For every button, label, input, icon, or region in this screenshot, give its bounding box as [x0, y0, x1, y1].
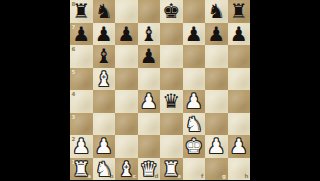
square-a3[interactable]: 3	[70, 113, 93, 136]
rank-label-4: 4	[72, 91, 76, 97]
square-a1[interactable]: 1a♜	[70, 158, 93, 181]
square-c2[interactable]	[115, 135, 138, 158]
square-a2[interactable]: 2♟	[70, 135, 93, 158]
square-c1[interactable]: c♝	[115, 158, 138, 181]
piece-white-rook-e1[interactable]: ♜	[160, 158, 183, 181]
square-b6[interactable]: ♝	[93, 45, 116, 68]
square-a6[interactable]: 6	[70, 45, 93, 68]
square-f5[interactable]	[183, 68, 206, 91]
square-e2[interactable]	[160, 135, 183, 158]
square-d6[interactable]: ♟	[138, 45, 161, 68]
piece-black-rook-h8[interactable]: ♜	[228, 0, 251, 23]
file-label-f: f	[201, 173, 203, 179]
square-h5[interactable]	[228, 68, 251, 91]
square-d8[interactable]	[138, 0, 161, 23]
piece-white-bishop-b5[interactable]: ♝	[93, 68, 116, 91]
square-d2[interactable]	[138, 135, 161, 158]
piece-white-pawn-d4[interactable]: ♟	[138, 90, 161, 113]
square-d1[interactable]: d♛	[138, 158, 161, 181]
square-b7[interactable]: ♟	[93, 23, 116, 46]
square-d3[interactable]	[138, 113, 161, 136]
square-g7[interactable]: ♟	[205, 23, 228, 46]
square-c4[interactable]	[115, 90, 138, 113]
square-d5[interactable]	[138, 68, 161, 91]
piece-black-pawn-h7[interactable]: ♟	[228, 23, 251, 46]
square-b1[interactable]: b♞	[93, 158, 116, 181]
square-c8[interactable]	[115, 0, 138, 23]
piece-black-pawn-a7[interactable]: ♟	[70, 23, 93, 46]
piece-white-pawn-f4[interactable]: ♟	[183, 90, 206, 113]
square-h3[interactable]	[228, 113, 251, 136]
square-f4[interactable]: ♟	[183, 90, 206, 113]
square-g2[interactable]: ♟	[205, 135, 228, 158]
square-e7[interactable]	[160, 23, 183, 46]
square-e3[interactable]	[160, 113, 183, 136]
rank-label-6: 6	[72, 46, 76, 52]
piece-white-queen-d1[interactable]: ♛	[138, 158, 161, 181]
piece-black-rook-a8[interactable]: ♜	[70, 0, 93, 23]
square-b3[interactable]	[93, 113, 116, 136]
square-c3[interactable]	[115, 113, 138, 136]
square-g3[interactable]	[205, 113, 228, 136]
square-f7[interactable]: ♟	[183, 23, 206, 46]
piece-black-king-e8[interactable]: ♚	[160, 0, 183, 23]
square-e4[interactable]: ♛	[160, 90, 183, 113]
square-a8[interactable]: 8♜	[70, 0, 93, 23]
square-g8[interactable]: ♞	[205, 0, 228, 23]
square-e5[interactable]	[160, 68, 183, 91]
piece-black-pawn-b7[interactable]: ♟	[93, 23, 116, 46]
square-d4[interactable]: ♟	[138, 90, 161, 113]
square-f3[interactable]: ♞	[183, 113, 206, 136]
square-e8[interactable]: ♚	[160, 0, 183, 23]
square-e6[interactable]	[160, 45, 183, 68]
piece-black-pawn-f7[interactable]: ♟	[183, 23, 206, 46]
rank-label-3: 3	[72, 114, 76, 120]
square-b2[interactable]: ♟	[93, 135, 116, 158]
square-h8[interactable]: ♜	[228, 0, 251, 23]
piece-white-rook-a1[interactable]: ♜	[70, 158, 93, 181]
square-c6[interactable]	[115, 45, 138, 68]
square-c5[interactable]	[115, 68, 138, 91]
square-h1[interactable]: h	[228, 158, 251, 181]
square-g4[interactable]	[205, 90, 228, 113]
piece-white-king-f2[interactable]: ♚	[183, 135, 206, 158]
square-h4[interactable]	[228, 90, 251, 113]
piece-white-bishop-c1[interactable]: ♝	[115, 158, 138, 181]
piece-white-pawn-a2[interactable]: ♟	[70, 135, 93, 158]
piece-white-pawn-h2[interactable]: ♟	[228, 135, 251, 158]
square-g1[interactable]: g	[205, 158, 228, 181]
square-b8[interactable]: ♞	[93, 0, 116, 23]
piece-black-pawn-c7[interactable]: ♟	[115, 23, 138, 46]
piece-black-bishop-d7[interactable]: ♝	[138, 23, 161, 46]
square-a7[interactable]: 7♟	[70, 23, 93, 46]
square-g6[interactable]	[205, 45, 228, 68]
piece-white-knight-f3[interactable]: ♞	[183, 113, 206, 136]
piece-black-pawn-g7[interactable]: ♟	[205, 23, 228, 46]
square-f1[interactable]: f	[183, 158, 206, 181]
piece-black-knight-b8[interactable]: ♞	[93, 0, 116, 23]
app-background: 8♜♞♚♞♜7♟♟♟♝♟♟♟6♝♟5♝4♟♛♟3♞2♟♟♚♟♟1a♜b♞c♝d♛…	[0, 0, 320, 180]
piece-black-knight-g8[interactable]: ♞	[205, 0, 228, 23]
square-h6[interactable]	[228, 45, 251, 68]
square-h7[interactable]: ♟	[228, 23, 251, 46]
chess-board: 8♜♞♚♞♜7♟♟♟♝♟♟♟6♝♟5♝4♟♛♟3♞2♟♟♚♟♟1a♜b♞c♝d♛…	[70, 0, 250, 180]
piece-black-bishop-b6[interactable]: ♝	[93, 45, 116, 68]
file-label-g: g	[222, 173, 226, 179]
file-label-h: h	[245, 173, 249, 179]
square-f2[interactable]: ♚	[183, 135, 206, 158]
square-c7[interactable]: ♟	[115, 23, 138, 46]
piece-white-pawn-b2[interactable]: ♟	[93, 135, 116, 158]
square-a5[interactable]: 5	[70, 68, 93, 91]
piece-white-pawn-g2[interactable]: ♟	[205, 135, 228, 158]
square-f6[interactable]	[183, 45, 206, 68]
square-h2[interactable]: ♟	[228, 135, 251, 158]
square-b4[interactable]	[93, 90, 116, 113]
square-a4[interactable]: 4	[70, 90, 93, 113]
square-f8[interactable]	[183, 0, 206, 23]
square-b5[interactable]: ♝	[93, 68, 116, 91]
square-d7[interactable]: ♝	[138, 23, 161, 46]
piece-black-queen-e4[interactable]: ♛	[160, 90, 183, 113]
piece-white-knight-b1[interactable]: ♞	[93, 158, 116, 181]
square-e1[interactable]: e♜	[160, 158, 183, 181]
square-g5[interactable]	[205, 68, 228, 91]
rank-label-5: 5	[72, 69, 76, 75]
piece-black-pawn-d6[interactable]: ♟	[138, 45, 161, 68]
